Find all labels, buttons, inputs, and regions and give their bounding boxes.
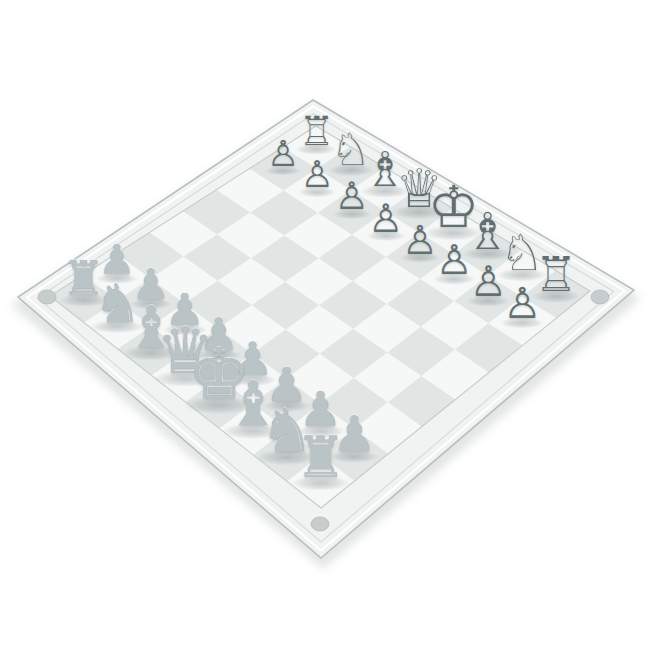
felt-pad: [311, 517, 329, 531]
felt-pad: [591, 290, 609, 304]
glass-chess-set-photo: ♖♘♗♕♔♗♘♖♙♙♙♙♙♙♙♙♟︎♟︎♟︎♟︎♟︎♟︎♟︎♟︎♜♞♝♛♚♝♞♜: [0, 0, 650, 650]
squares: [50, 126, 590, 508]
felt-pad: [38, 290, 56, 304]
chess-board: [0, 0, 650, 650]
